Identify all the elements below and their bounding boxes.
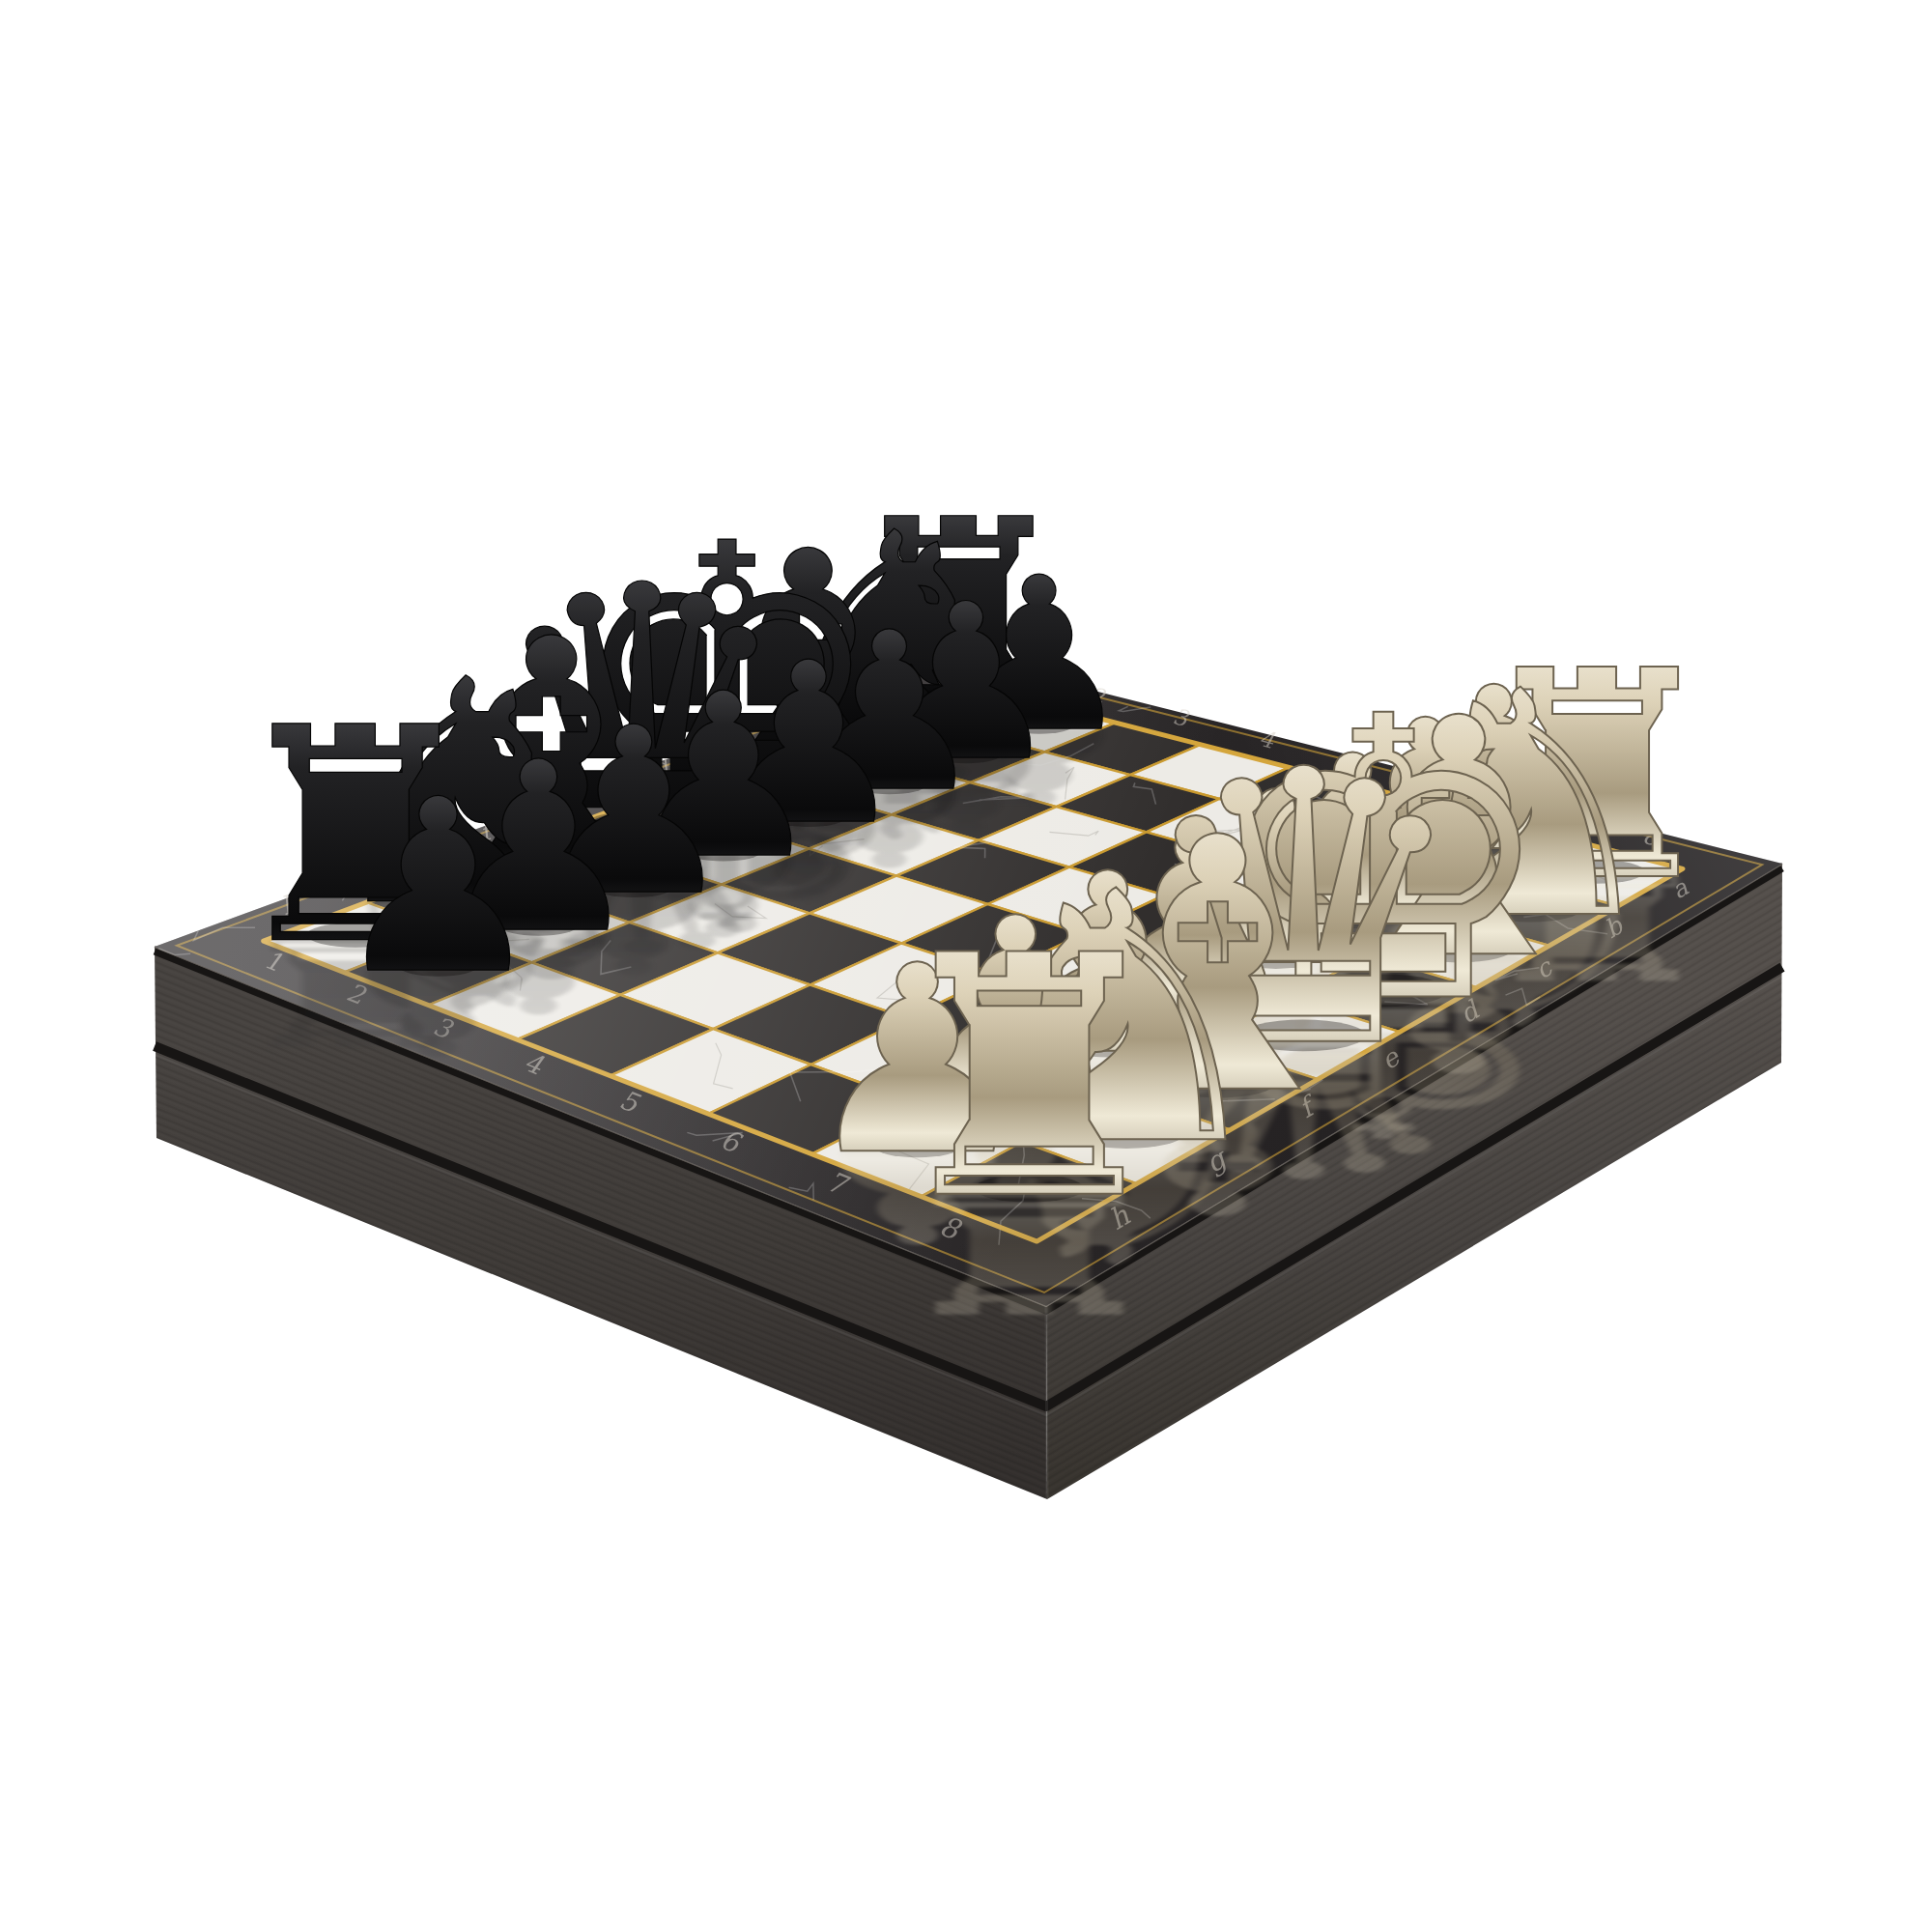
piece-bP-h2: ♟♟ — [331, 748, 546, 1080]
piece-glyph-black-P: ♟ — [331, 748, 546, 1026]
chess-set-scene: 1122334455667788aabbccddeeffgghh ♜♜♟♟♞♞♟… — [0, 0, 1932, 1932]
piece-glyph-silver-R: ♜ — [880, 885, 1178, 1271]
chess-set-photo: 1122334455667788aabbccddeeffgghh ♜♜♟♟♞♞♟… — [0, 0, 1932, 1932]
piece-wR-h8: ♜♜ — [880, 885, 1178, 1347]
